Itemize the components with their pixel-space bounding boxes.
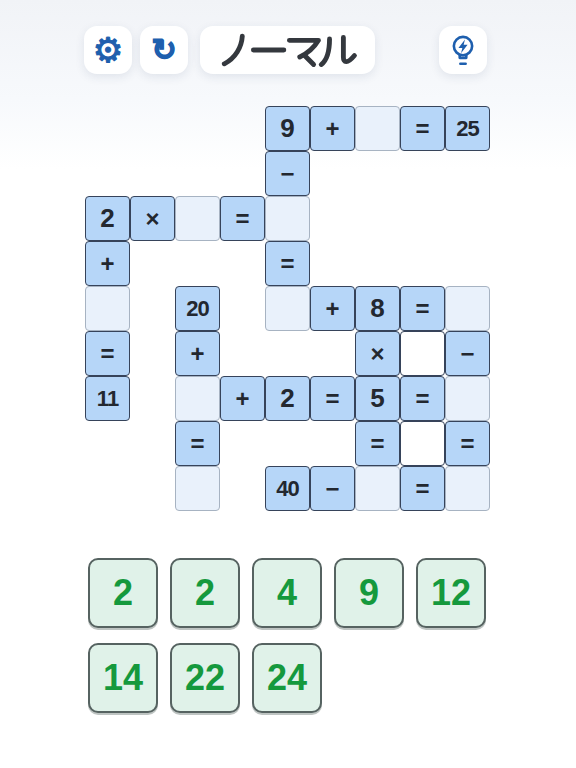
- cell-r6c1: =: [85, 331, 130, 376]
- cell-r7c3[interactable]: [175, 376, 220, 421]
- tray-tile-1-5[interactable]: 12: [416, 558, 486, 628]
- restart-button[interactable]: ↻: [140, 26, 188, 74]
- cell-r6c7: ×: [355, 331, 400, 376]
- cell-r9c9[interactable]: [445, 466, 490, 511]
- tray-tile-2-2[interactable]: 22: [170, 643, 240, 713]
- cell-r1c7[interactable]: [355, 106, 400, 151]
- cell-r5c5[interactable]: [265, 286, 310, 331]
- cell-r3c5[interactable]: [265, 196, 310, 241]
- cell-r8c3: =: [175, 421, 220, 466]
- mode-pill: ノーマル: [200, 26, 375, 74]
- cell-r2c5: −: [265, 151, 310, 196]
- tray-tile-1-4[interactable]: 9: [334, 558, 404, 628]
- cell-r9c7[interactable]: [355, 466, 400, 511]
- cell-r4c5: =: [265, 241, 310, 286]
- toolbar: ⚙ ↻ ノーマル: [0, 0, 576, 100]
- cell-r4c1: +: [85, 241, 130, 286]
- settings-button[interactable]: ⚙: [84, 26, 132, 74]
- cell-r9c8: =: [400, 466, 445, 511]
- tray-row-1: 224912: [88, 558, 486, 628]
- cell-r9c6: −: [310, 466, 355, 511]
- cell-r7c7: 5: [355, 376, 400, 421]
- cell-r7c1: 11: [85, 376, 130, 421]
- cell-r1c6: +: [310, 106, 355, 151]
- cell-r5c9[interactable]: [445, 286, 490, 331]
- cell-r7c9[interactable]: [445, 376, 490, 421]
- cell-r5c3: 20: [175, 286, 220, 331]
- cell-r8c9: =: [445, 421, 490, 466]
- mode-label: ノーマル: [200, 26, 375, 74]
- cell-r7c6: =: [310, 376, 355, 421]
- cell-r8c8[interactable]: [400, 421, 445, 466]
- cell-r7c4: +: [220, 376, 265, 421]
- cell-r6c9: −: [445, 331, 490, 376]
- cell-r1c5: 9: [265, 106, 310, 151]
- cell-r8c7: =: [355, 421, 400, 466]
- cell-r1c9: 25: [445, 106, 490, 151]
- lightbulb-bolt-icon: [447, 33, 479, 67]
- tray-tile-1-1[interactable]: 2: [88, 558, 158, 628]
- hint-button[interactable]: [439, 26, 487, 74]
- cell-r6c8[interactable]: [400, 331, 445, 376]
- cell-r3c1: 2: [85, 196, 130, 241]
- cell-r5c6: +: [310, 286, 355, 331]
- tray-tile-2-3[interactable]: 24: [252, 643, 322, 713]
- cell-r7c8: =: [400, 376, 445, 421]
- restart-icon: ↻: [151, 35, 176, 65]
- cell-r5c1[interactable]: [85, 286, 130, 331]
- cell-r3c3[interactable]: [175, 196, 220, 241]
- tray-row-2: 142224: [88, 643, 486, 713]
- cell-r5c8: =: [400, 286, 445, 331]
- cell-r1c8: =: [400, 106, 445, 151]
- number-tray: 224912 142224: [88, 558, 486, 713]
- puzzle-board: 9+=25−2×=+=20+8==+×−11+2=5====40−=: [85, 106, 490, 511]
- cell-r5c7: 8: [355, 286, 400, 331]
- cell-r6c3: +: [175, 331, 220, 376]
- cell-r7c5: 2: [265, 376, 310, 421]
- cell-r9c5: 40: [265, 466, 310, 511]
- cell-r9c3[interactable]: [175, 466, 220, 511]
- tray-tile-1-3[interactable]: 4: [252, 558, 322, 628]
- cell-r3c2: ×: [130, 196, 175, 241]
- tray-tile-2-1[interactable]: 14: [88, 643, 158, 713]
- tray-tile-1-2[interactable]: 2: [170, 558, 240, 628]
- gear-icon: ⚙: [93, 33, 123, 67]
- cell-r3c4: =: [220, 196, 265, 241]
